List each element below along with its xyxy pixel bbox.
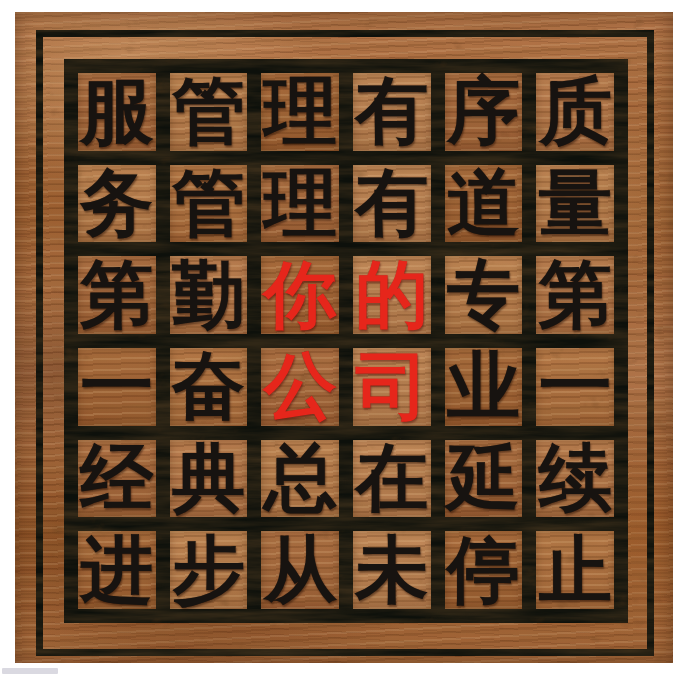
character: 经 <box>80 442 153 515</box>
word-grid: 服 管 理 有 序 质 务 管 理 有 道 量 第 勤 你 的 专 第 一 奋 … <box>64 59 628 623</box>
character: 延 <box>447 442 520 515</box>
grid-cell-r5c2: 典 <box>170 440 248 518</box>
character: 管 <box>172 75 245 148</box>
grid-cell-r3c3: 你 <box>261 256 339 334</box>
character: 管 <box>172 167 245 240</box>
grid-cell-r3c4: 的 <box>353 256 431 334</box>
character: 典 <box>172 442 245 515</box>
character: 勤 <box>172 259 245 332</box>
grid-cell-r5c5: 延 <box>445 440 523 518</box>
grid-cell-r6c6: 止 <box>536 531 614 609</box>
character: 服 <box>80 75 153 148</box>
character: 质 <box>539 75 612 148</box>
character: 总 <box>264 442 337 515</box>
character: 道 <box>447 167 520 240</box>
grid-cell-r2c6: 量 <box>536 165 614 243</box>
character: 一 <box>80 350 153 423</box>
grid-cell-r6c2: 步 <box>170 531 248 609</box>
character: 步 <box>172 534 245 607</box>
character: 第 <box>539 259 612 332</box>
character: 在 <box>355 442 428 515</box>
grid-cell-r2c3: 理 <box>261 165 339 243</box>
grid-cell-r4c2: 奋 <box>170 348 248 426</box>
character: 未 <box>355 534 428 607</box>
character: 有 <box>355 167 428 240</box>
grid-cell-r6c4: 未 <box>353 531 431 609</box>
character: 务 <box>80 167 153 240</box>
grid-cell-r3c5: 专 <box>445 256 523 334</box>
character-red: 的 <box>355 259 428 332</box>
grid-cell-r4c3: 公 <box>261 348 339 426</box>
character-red: 你 <box>264 259 337 332</box>
character: 理 <box>264 75 337 148</box>
grid-cell-r5c6: 续 <box>536 440 614 518</box>
wood-board: 服 管 理 有 序 质 务 管 理 有 道 量 第 勤 你 的 专 第 一 奋 … <box>15 12 673 663</box>
character: 止 <box>539 534 612 607</box>
grid-cell-r4c6: 一 <box>536 348 614 426</box>
grid-cell-r2c4: 有 <box>353 165 431 243</box>
grid-cell-r3c2: 勤 <box>170 256 248 334</box>
character: 有 <box>355 75 428 148</box>
grid-cell-r6c1: 进 <box>78 531 156 609</box>
character: 序 <box>447 75 520 148</box>
grid-cell-r2c5: 道 <box>445 165 523 243</box>
grid-cell-r1c3: 理 <box>261 73 339 151</box>
grid-cell-r1c5: 序 <box>445 73 523 151</box>
grid-cell-r6c3: 从 <box>261 531 339 609</box>
grid-cell-r5c3: 总 <box>261 440 339 518</box>
character: 专 <box>447 259 520 332</box>
grid-cell-r4c1: 一 <box>78 348 156 426</box>
character: 奋 <box>172 350 245 423</box>
grid-cell-r4c4: 司 <box>353 348 431 426</box>
grid-cell-r5c1: 经 <box>78 440 156 518</box>
grid-cell-r1c2: 管 <box>170 73 248 151</box>
grid-cell-r1c4: 有 <box>353 73 431 151</box>
grid-cell-r5c4: 在 <box>353 440 431 518</box>
character: 第 <box>80 259 153 332</box>
watermark <box>2 668 58 674</box>
character: 停 <box>447 534 520 607</box>
character: 从 <box>264 534 337 607</box>
character: 一 <box>539 350 612 423</box>
grid-cell-r2c2: 管 <box>170 165 248 243</box>
character-red: 司 <box>355 350 428 423</box>
character: 续 <box>539 442 612 515</box>
character: 进 <box>80 534 153 607</box>
grid-cell-r3c6: 第 <box>536 256 614 334</box>
character: 理 <box>264 167 337 240</box>
character: 量 <box>539 167 612 240</box>
grid-cell-r2c1: 务 <box>78 165 156 243</box>
grid-cell-r3c1: 第 <box>78 256 156 334</box>
grid-cell-r1c1: 服 <box>78 73 156 151</box>
character-red: 公 <box>264 350 337 423</box>
grid-cell-r4c5: 业 <box>445 348 523 426</box>
grid-cell-r1c6: 质 <box>536 73 614 151</box>
grid-cell-r6c5: 停 <box>445 531 523 609</box>
character: 业 <box>447 350 520 423</box>
